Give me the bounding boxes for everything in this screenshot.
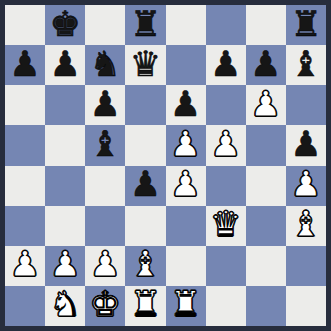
piece-bP-b7[interactable]: ♟: [49, 47, 80, 82]
piece-wP-f5[interactable]: ♟: [210, 127, 241, 162]
square-e7[interactable]: [166, 45, 206, 85]
square-f1[interactable]: [206, 286, 246, 326]
piece-bP-f7[interactable]: ♟: [210, 47, 241, 82]
square-c2[interactable]: ♟: [85, 246, 125, 286]
piece-wP-e5[interactable]: ♟: [170, 127, 201, 162]
square-d7[interactable]: ♛: [125, 45, 165, 85]
square-h5[interactable]: ♟: [286, 125, 326, 165]
piece-wP-b2[interactable]: ♟: [49, 247, 80, 282]
square-a5[interactable]: [5, 125, 45, 165]
square-f7[interactable]: ♟: [206, 45, 246, 85]
square-g6[interactable]: ♟: [246, 85, 286, 125]
piece-bP-g7[interactable]: ♟: [250, 47, 281, 82]
square-b3[interactable]: [45, 206, 85, 246]
piece-bP-c6[interactable]: ♟: [90, 87, 121, 122]
square-f5[interactable]: ♟: [206, 125, 246, 165]
piece-bP-e6[interactable]: ♟: [170, 87, 201, 122]
square-g3[interactable]: [246, 206, 286, 246]
square-e8[interactable]: [166, 5, 206, 45]
square-g2[interactable]: [246, 246, 286, 286]
square-d6[interactable]: [125, 85, 165, 125]
square-b7[interactable]: ♟: [45, 45, 85, 85]
square-h4[interactable]: ♟: [286, 166, 326, 206]
piece-wB-d2[interactable]: ♝: [130, 247, 161, 282]
piece-wR-e1[interactable]: ♜: [170, 287, 201, 322]
square-d4[interactable]: ♟: [125, 166, 165, 206]
square-c4[interactable]: [85, 166, 125, 206]
square-g8[interactable]: [246, 5, 286, 45]
piece-wP-a2[interactable]: ♟: [9, 247, 40, 282]
square-g4[interactable]: [246, 166, 286, 206]
square-g7[interactable]: ♟: [246, 45, 286, 85]
square-b6[interactable]: [45, 85, 85, 125]
piece-wB-h3[interactable]: ♝: [290, 207, 321, 242]
square-b1[interactable]: ♞: [45, 286, 85, 326]
chess-board-frame: ♚♜♜♟♟♞♛♟♟♝♟♟♟♝♟♟♟♟♟♟♛♝♟♟♟♝♞♚♜♜: [0, 0, 331, 331]
square-e5[interactable]: ♟: [166, 125, 206, 165]
square-f4[interactable]: [206, 166, 246, 206]
square-e4[interactable]: ♟: [166, 166, 206, 206]
square-a1[interactable]: [5, 286, 45, 326]
square-c6[interactable]: ♟: [85, 85, 125, 125]
square-h3[interactable]: ♝: [286, 206, 326, 246]
square-c3[interactable]: [85, 206, 125, 246]
piece-bP-d4[interactable]: ♟: [130, 167, 161, 202]
square-f2[interactable]: [206, 246, 246, 286]
piece-wP-g6[interactable]: ♟: [250, 87, 281, 122]
square-d8[interactable]: ♜: [125, 5, 165, 45]
piece-bB-c5[interactable]: ♝: [90, 127, 121, 162]
piece-bQ-d7[interactable]: ♛: [130, 47, 161, 82]
piece-wQ-f3[interactable]: ♛: [210, 207, 241, 242]
piece-wN-b1[interactable]: ♞: [49, 287, 80, 322]
square-g1[interactable]: [246, 286, 286, 326]
square-a2[interactable]: ♟: [5, 246, 45, 286]
square-d1[interactable]: ♜: [125, 286, 165, 326]
square-f6[interactable]: [206, 85, 246, 125]
piece-wP-h4[interactable]: ♟: [290, 167, 321, 202]
piece-wR-d1[interactable]: ♜: [130, 287, 161, 322]
piece-bN-c7[interactable]: ♞: [90, 47, 121, 82]
piece-bR-d8[interactable]: ♜: [130, 7, 161, 42]
square-d2[interactable]: ♝: [125, 246, 165, 286]
square-a8[interactable]: [5, 5, 45, 45]
piece-bR-h8[interactable]: ♜: [290, 7, 321, 42]
square-h1[interactable]: [286, 286, 326, 326]
square-a7[interactable]: ♟: [5, 45, 45, 85]
square-h2[interactable]: [286, 246, 326, 286]
piece-bP-h5[interactable]: ♟: [290, 127, 321, 162]
square-a3[interactable]: [5, 206, 45, 246]
square-h8[interactable]: ♜: [286, 5, 326, 45]
square-f8[interactable]: [206, 5, 246, 45]
square-b2[interactable]: ♟: [45, 246, 85, 286]
square-b4[interactable]: [45, 166, 85, 206]
piece-bK-b8[interactable]: ♚: [49, 7, 80, 42]
square-h7[interactable]: ♝: [286, 45, 326, 85]
square-e3[interactable]: [166, 206, 206, 246]
square-d5[interactable]: [125, 125, 165, 165]
square-a4[interactable]: [5, 166, 45, 206]
piece-wK-c1[interactable]: ♚: [90, 287, 121, 322]
square-g5[interactable]: [246, 125, 286, 165]
chess-board: ♚♜♜♟♟♞♛♟♟♝♟♟♟♝♟♟♟♟♟♟♛♝♟♟♟♝♞♚♜♜: [5, 5, 326, 326]
square-c7[interactable]: ♞: [85, 45, 125, 85]
square-a6[interactable]: [5, 85, 45, 125]
square-b5[interactable]: [45, 125, 85, 165]
piece-bB-h7[interactable]: ♝: [290, 47, 321, 82]
square-h6[interactable]: [286, 85, 326, 125]
square-e2[interactable]: [166, 246, 206, 286]
square-e6[interactable]: ♟: [166, 85, 206, 125]
piece-wP-e4[interactable]: ♟: [170, 167, 201, 202]
square-f3[interactable]: ♛: [206, 206, 246, 246]
square-c5[interactable]: ♝: [85, 125, 125, 165]
square-d3[interactable]: [125, 206, 165, 246]
square-c8[interactable]: [85, 5, 125, 45]
square-c1[interactable]: ♚: [85, 286, 125, 326]
square-b8[interactable]: ♚: [45, 5, 85, 45]
square-e1[interactable]: ♜: [166, 286, 206, 326]
piece-wP-c2[interactable]: ♟: [90, 247, 121, 282]
piece-bP-a7[interactable]: ♟: [9, 47, 40, 82]
